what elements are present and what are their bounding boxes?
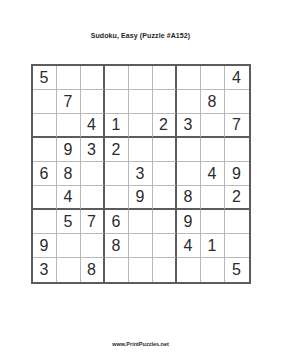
sudoku-cell-r1c9: 4 bbox=[225, 66, 249, 90]
sudoku-cell-r3c1 bbox=[33, 114, 57, 138]
sudoku-cell-r9c7 bbox=[177, 258, 201, 282]
sudoku-cell-r5c6 bbox=[153, 162, 177, 186]
sudoku-cell-r7c2: 5 bbox=[57, 210, 81, 234]
sudoku-cell-r7c6 bbox=[153, 210, 177, 234]
sudoku-cell-r6c1 bbox=[33, 186, 57, 210]
sudoku-cell-r5c4 bbox=[105, 162, 129, 186]
sudoku-cell-r3c6: 2 bbox=[153, 114, 177, 138]
sudoku-grid: 54784123793268349498257699841385 bbox=[31, 64, 251, 284]
page-title: Sudoku, Easy (Puzzle #A152) bbox=[0, 32, 281, 39]
sudoku-cell-r8c6 bbox=[153, 234, 177, 258]
sudoku-cell-r9c2 bbox=[57, 258, 81, 282]
sudoku-cell-r6c3 bbox=[81, 186, 105, 210]
grid-wrap: 54784123793268349498257699841385 bbox=[0, 64, 281, 284]
sudoku-cell-r4c4: 2 bbox=[105, 138, 129, 162]
sudoku-cell-r6c8 bbox=[201, 186, 225, 210]
sudoku-cell-r9c9: 5 bbox=[225, 258, 249, 282]
sudoku-cell-r6c7: 8 bbox=[177, 186, 201, 210]
sudoku-cell-r2c7 bbox=[177, 90, 201, 114]
sudoku-cell-r9c1: 3 bbox=[33, 258, 57, 282]
sudoku-cell-r7c4: 6 bbox=[105, 210, 129, 234]
sudoku-cell-r3c4: 1 bbox=[105, 114, 129, 138]
sudoku-cell-r8c9 bbox=[225, 234, 249, 258]
sudoku-cell-r5c9: 9 bbox=[225, 162, 249, 186]
sudoku-cell-r8c1: 9 bbox=[33, 234, 57, 258]
sudoku-cell-r2c4 bbox=[105, 90, 129, 114]
sudoku-cell-r4c9 bbox=[225, 138, 249, 162]
sudoku-cell-r1c5 bbox=[129, 66, 153, 90]
sudoku-cell-r2c5 bbox=[129, 90, 153, 114]
sudoku-cell-r8c3 bbox=[81, 234, 105, 258]
sudoku-cell-r7c7: 9 bbox=[177, 210, 201, 234]
sudoku-cell-r6c2: 4 bbox=[57, 186, 81, 210]
footer-url: www.PrintPuzzles.net bbox=[0, 341, 281, 347]
sudoku-cell-r8c8: 1 bbox=[201, 234, 225, 258]
sudoku-cell-r7c1 bbox=[33, 210, 57, 234]
sudoku-cell-r8c4: 8 bbox=[105, 234, 129, 258]
sudoku-cell-r1c3 bbox=[81, 66, 105, 90]
sudoku-cell-r5c8: 4 bbox=[201, 162, 225, 186]
sudoku-cell-r4c7 bbox=[177, 138, 201, 162]
sudoku-cell-r6c9: 2 bbox=[225, 186, 249, 210]
sudoku-cell-r3c7: 3 bbox=[177, 114, 201, 138]
sudoku-cell-r3c2 bbox=[57, 114, 81, 138]
sudoku-cell-r2c8: 8 bbox=[201, 90, 225, 114]
sudoku-cell-r4c6 bbox=[153, 138, 177, 162]
sudoku-cell-r6c6 bbox=[153, 186, 177, 210]
sudoku-cell-r4c1 bbox=[33, 138, 57, 162]
sudoku-cell-r5c5: 3 bbox=[129, 162, 153, 186]
sudoku-cell-r5c7 bbox=[177, 162, 201, 186]
sudoku-cell-r5c1: 6 bbox=[33, 162, 57, 186]
sudoku-cell-r2c9 bbox=[225, 90, 249, 114]
sudoku-cell-r7c3: 7 bbox=[81, 210, 105, 234]
sudoku-cell-r2c6 bbox=[153, 90, 177, 114]
sudoku-cell-r1c2 bbox=[57, 66, 81, 90]
sudoku-cell-r4c3: 3 bbox=[81, 138, 105, 162]
sudoku-cell-r7c8 bbox=[201, 210, 225, 234]
sudoku-cell-r3c9: 7 bbox=[225, 114, 249, 138]
sudoku-cell-r7c9 bbox=[225, 210, 249, 234]
sudoku-cell-r9c3: 8 bbox=[81, 258, 105, 282]
sudoku-cell-r3c5 bbox=[129, 114, 153, 138]
sudoku-cell-r4c2: 9 bbox=[57, 138, 81, 162]
sudoku-cell-r1c1: 5 bbox=[33, 66, 57, 90]
sudoku-cell-r9c5 bbox=[129, 258, 153, 282]
sudoku-cell-r1c8 bbox=[201, 66, 225, 90]
sudoku-cell-r1c4 bbox=[105, 66, 129, 90]
sudoku-cell-r4c8 bbox=[201, 138, 225, 162]
sudoku-cell-r7c5 bbox=[129, 210, 153, 234]
sudoku-cell-r8c2 bbox=[57, 234, 81, 258]
sudoku-cell-r9c8 bbox=[201, 258, 225, 282]
sudoku-cell-r8c5 bbox=[129, 234, 153, 258]
sudoku-cell-r6c5: 9 bbox=[129, 186, 153, 210]
sudoku-cell-r2c1 bbox=[33, 90, 57, 114]
sudoku-cell-r6c4 bbox=[105, 186, 129, 210]
sudoku-cell-r3c8 bbox=[201, 114, 225, 138]
sudoku-cell-r4c5 bbox=[129, 138, 153, 162]
sudoku-cell-r8c7: 4 bbox=[177, 234, 201, 258]
sudoku-cell-r2c2: 7 bbox=[57, 90, 81, 114]
sudoku-cell-r1c6 bbox=[153, 66, 177, 90]
sudoku-cell-r1c7 bbox=[177, 66, 201, 90]
sudoku-cell-r2c3 bbox=[81, 90, 105, 114]
sudoku-cell-r9c6 bbox=[153, 258, 177, 282]
sudoku-cell-r3c3: 4 bbox=[81, 114, 105, 138]
sudoku-cell-r5c2: 8 bbox=[57, 162, 81, 186]
sudoku-cell-r9c4 bbox=[105, 258, 129, 282]
sudoku-cell-r5c3 bbox=[81, 162, 105, 186]
